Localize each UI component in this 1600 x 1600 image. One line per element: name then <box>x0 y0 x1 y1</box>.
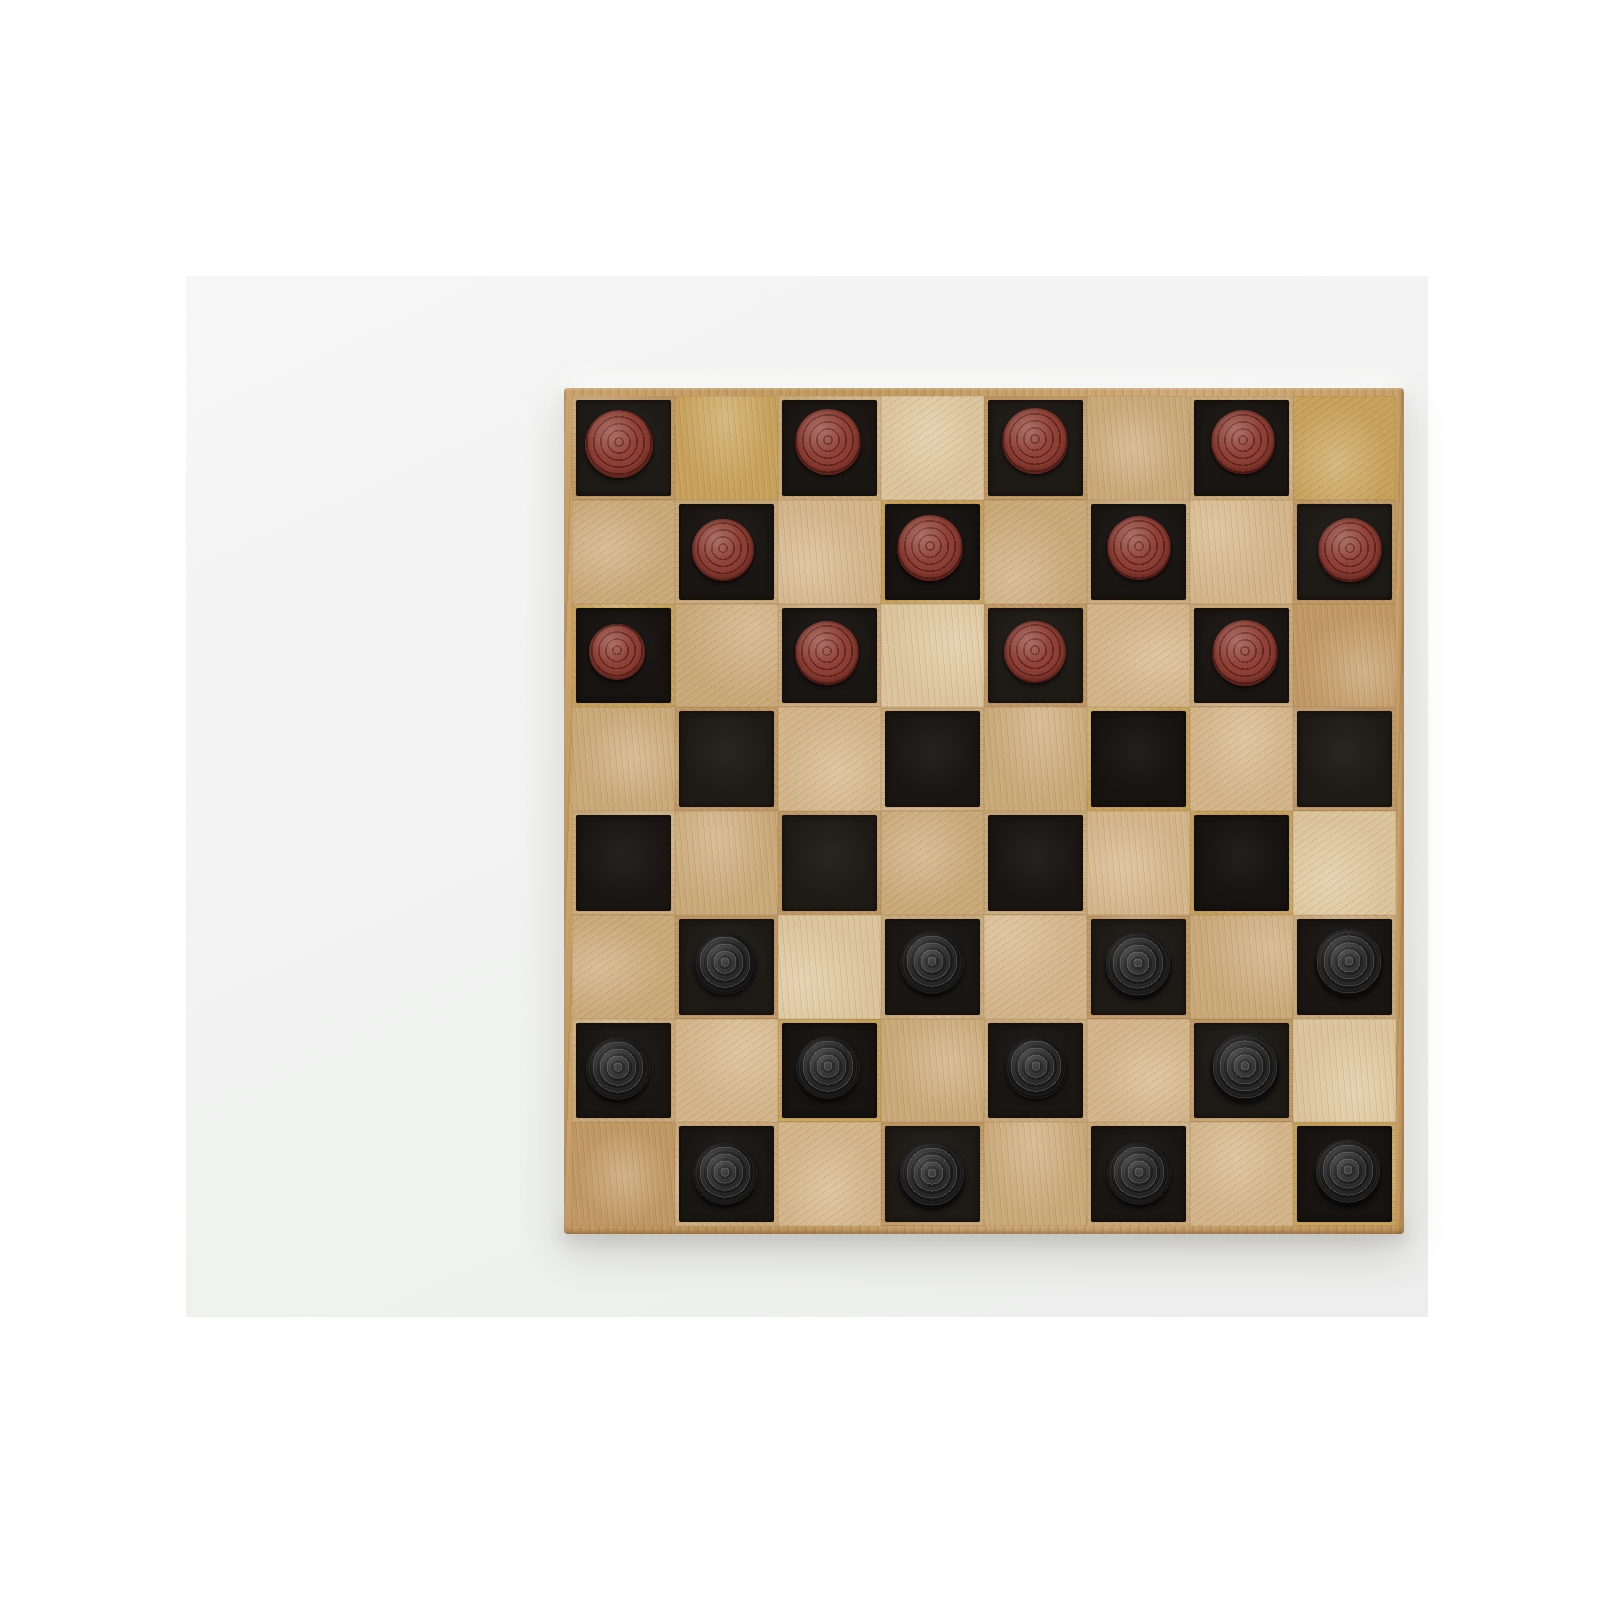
dark-square-3-3[interactable] <box>881 707 984 811</box>
light-square-0-7 <box>1293 396 1396 500</box>
black-checker-piece[interactable] <box>899 1142 965 1208</box>
red-checker-piece[interactable] <box>897 515 963 581</box>
dark-square-2-4[interactable] <box>984 604 1087 708</box>
dark-square-7-5[interactable] <box>1087 1122 1190 1226</box>
dark-square-2-0[interactable] <box>572 604 675 708</box>
light-square-3-2 <box>778 707 881 811</box>
dark-square-3-5[interactable] <box>1087 707 1190 811</box>
light-square-4-3 <box>881 811 984 915</box>
dark-square-3-1[interactable] <box>675 707 778 811</box>
black-checker-piece[interactable] <box>1005 1037 1067 1099</box>
black-checker-piece[interactable] <box>694 933 756 995</box>
red-checker-piece[interactable] <box>1004 621 1066 683</box>
product-photo <box>0 0 1600 1600</box>
painted-black-square <box>679 711 774 807</box>
light-square-3-6 <box>1190 707 1293 811</box>
red-checker-piece[interactable] <box>692 519 754 581</box>
black-checker-piece[interactable] <box>796 1036 860 1100</box>
dark-square-0-0[interactable] <box>572 396 675 500</box>
light-square-5-2 <box>778 915 881 1019</box>
red-checker-piece[interactable] <box>1318 518 1382 582</box>
light-square-5-0 <box>572 915 675 1019</box>
light-square-4-7 <box>1293 811 1396 915</box>
photo-backdrop <box>186 276 1428 1317</box>
dark-square-4-0[interactable] <box>572 811 675 915</box>
dark-square-0-6[interactable] <box>1190 396 1293 500</box>
light-square-1-6 <box>1190 500 1293 604</box>
light-square-3-0 <box>572 707 675 811</box>
dark-square-0-4[interactable] <box>984 396 1087 500</box>
light-square-4-5 <box>1087 811 1190 915</box>
dark-square-2-2[interactable] <box>778 604 881 708</box>
light-square-1-4 <box>984 500 1087 604</box>
red-checker-piece[interactable] <box>585 410 653 478</box>
board-grid <box>572 396 1396 1226</box>
dark-square-5-5[interactable] <box>1087 915 1190 1019</box>
dark-square-4-4[interactable] <box>984 811 1087 915</box>
light-square-2-1 <box>675 604 778 708</box>
painted-black-square <box>988 815 1083 911</box>
light-square-6-7 <box>1293 1019 1396 1123</box>
red-checker-piece[interactable] <box>589 624 645 680</box>
black-checker-piece[interactable] <box>900 931 964 995</box>
light-square-6-1 <box>675 1019 778 1123</box>
dark-square-1-5[interactable] <box>1087 500 1190 604</box>
black-checker-piece[interactable] <box>693 1142 757 1206</box>
dark-square-6-6[interactable] <box>1190 1019 1293 1123</box>
dark-square-4-2[interactable] <box>778 811 881 915</box>
light-square-0-3 <box>881 396 984 500</box>
red-checker-piece[interactable] <box>1002 408 1068 474</box>
dark-square-5-1[interactable] <box>675 915 778 1019</box>
black-checker-piece[interactable] <box>1315 1139 1381 1205</box>
light-square-7-0 <box>572 1122 675 1226</box>
red-checker-piece[interactable] <box>795 409 861 475</box>
light-square-7-4 <box>984 1122 1087 1226</box>
light-square-1-0 <box>572 500 675 604</box>
painted-black-square <box>782 815 877 911</box>
red-checker-piece[interactable] <box>1211 410 1275 474</box>
dark-square-6-4[interactable] <box>984 1019 1087 1123</box>
painted-black-square <box>1194 815 1289 911</box>
dark-square-7-7[interactable] <box>1293 1122 1396 1226</box>
black-checker-piece[interactable] <box>1315 929 1383 997</box>
light-square-6-3 <box>881 1019 984 1123</box>
light-square-0-1 <box>675 396 778 500</box>
dark-square-6-0[interactable] <box>572 1019 675 1123</box>
light-square-5-4 <box>984 915 1087 1019</box>
dark-square-7-3[interactable] <box>881 1122 984 1226</box>
light-square-6-5 <box>1087 1019 1190 1123</box>
light-square-2-5 <box>1087 604 1190 708</box>
red-checker-piece[interactable] <box>1212 620 1278 686</box>
dark-square-0-2[interactable] <box>778 396 881 500</box>
checkers-board <box>564 388 1404 1234</box>
dark-square-1-7[interactable] <box>1293 500 1396 604</box>
painted-black-square <box>885 711 980 807</box>
light-square-1-2 <box>778 500 881 604</box>
black-checker-piece[interactable] <box>1107 1142 1171 1206</box>
red-checker-piece[interactable] <box>795 621 859 685</box>
light-square-7-2 <box>778 1122 881 1226</box>
light-square-3-4 <box>984 707 1087 811</box>
light-square-7-6 <box>1190 1122 1293 1226</box>
light-square-2-3 <box>881 604 984 708</box>
painted-black-square <box>1091 711 1186 807</box>
light-square-5-6 <box>1190 915 1293 1019</box>
black-checker-piece[interactable] <box>586 1037 650 1101</box>
light-square-4-1 <box>675 811 778 915</box>
painted-black-square <box>1297 711 1392 807</box>
black-checker-piece[interactable] <box>1211 1034 1279 1102</box>
dark-square-4-6[interactable] <box>1190 811 1293 915</box>
dark-square-1-3[interactable] <box>881 500 984 604</box>
dark-square-1-1[interactable] <box>675 500 778 604</box>
dark-square-6-2[interactable] <box>778 1019 881 1123</box>
dark-square-5-7[interactable] <box>1293 915 1396 1019</box>
black-checker-piece[interactable] <box>1105 932 1171 998</box>
painted-black-square <box>576 815 671 911</box>
dark-square-7-1[interactable] <box>675 1122 778 1226</box>
light-square-0-5 <box>1087 396 1190 500</box>
red-checker-piece[interactable] <box>1107 516 1171 580</box>
dark-square-5-3[interactable] <box>881 915 984 1019</box>
light-square-2-7 <box>1293 604 1396 708</box>
dark-square-2-6[interactable] <box>1190 604 1293 708</box>
dark-square-3-7[interactable] <box>1293 707 1396 811</box>
